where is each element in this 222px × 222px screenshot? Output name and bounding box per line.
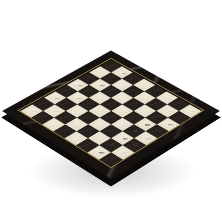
black-pawn-glyph: ♟ [94,74,105,87]
black-pawn-glyph: ♟ [105,68,116,81]
black-pawn-glyph: ♟ [72,87,84,100]
square-d5 [100,98,122,111]
black-pawn-glyph: ♟ [49,100,61,113]
black-pawn-glyph: ♟ [60,93,72,106]
black-pawn-glyph: ♟ [37,106,49,119]
black-pawn-glyph: ♟ [83,80,94,93]
chess-set-product-photo[interactable]: ♜♟♟♜♞♟♟♞♝♟♟♝♛♟♟♛♚♟♟♚♝♟♟♝♞♟♟♞♜♟♟♜ [0,0,222,222]
square-c4 [122,98,144,111]
black-pawn-glyph: ♟ [116,61,127,74]
square-h1: ♜ [99,152,123,167]
white-rook-glyph: ♜ [104,146,118,162]
